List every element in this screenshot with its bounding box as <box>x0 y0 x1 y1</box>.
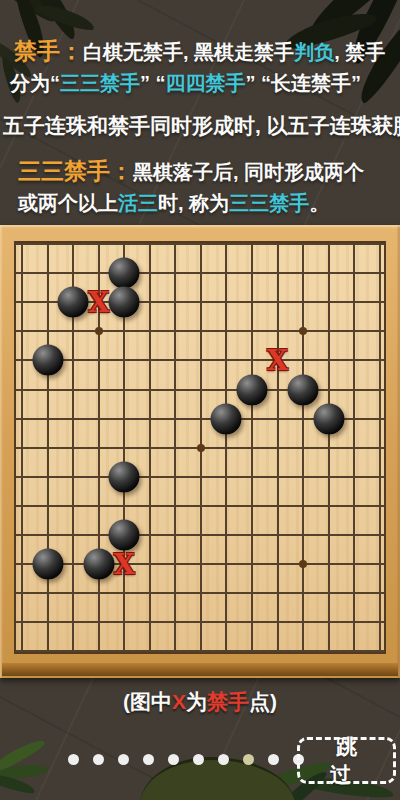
text-run: 四四禁手 <box>166 72 246 94</box>
pagination-dot-active <box>243 754 254 765</box>
black-stone <box>109 287 140 318</box>
pagination-dot <box>143 754 154 765</box>
grid-line-horizontal <box>16 621 384 623</box>
text-run: 禁手： <box>14 38 83 64</box>
pagination-dot <box>93 754 104 765</box>
black-stone <box>83 549 114 580</box>
forbidden-point-marker: X <box>114 551 135 578</box>
rule-line-4: 三三禁手：黑棋落子后, 同时形成两个 <box>0 156 400 188</box>
rule-line-2: 分为“三三禁手” “四四禁手” “长连禁手” <box>0 68 400 99</box>
text-run: (图中 <box>123 690 172 713</box>
pagination-dot <box>118 754 129 765</box>
pagination-dot <box>193 754 204 765</box>
star-point <box>299 560 307 568</box>
grid-line-horizontal <box>16 592 384 594</box>
black-stone <box>32 549 63 580</box>
text-run: 三三禁手： <box>18 158 133 184</box>
text-run: X <box>172 690 186 713</box>
text-run: 活三 <box>118 192 158 214</box>
text-run: 三三禁手 <box>60 72 140 94</box>
black-stone <box>288 374 319 405</box>
black-stone <box>211 403 242 434</box>
black-stone <box>109 520 140 551</box>
grid-line-horizontal <box>16 534 384 536</box>
star-point <box>95 327 103 335</box>
black-stone <box>313 403 344 434</box>
text-run: , 禁手 <box>334 41 385 63</box>
text-run: 。 <box>309 192 329 214</box>
pagination-dot <box>268 754 279 765</box>
black-stone <box>236 374 267 405</box>
text-run: 禁手 <box>207 690 249 713</box>
text-run: 为 <box>186 690 207 713</box>
skip-button[interactable]: 跳 过 <box>297 737 396 784</box>
text-run: ” “长连禁手” <box>246 72 362 94</box>
grid-line-horizontal <box>16 389 384 391</box>
rules-panel: 禁手：白棋无禁手, 黑棋走禁手判负, 禁手 分为“三三禁手” “四四禁手” “长… <box>0 36 400 219</box>
forbidden-point-marker: X <box>267 347 288 374</box>
pagination-dot <box>168 754 179 765</box>
gomoku-board: XXX <box>0 225 400 678</box>
black-stone <box>58 287 89 318</box>
text-run: 黑棋落子后, 同时形成两个 <box>133 161 364 183</box>
grid-line-horizontal <box>16 563 384 565</box>
grid-line-horizontal <box>16 650 384 652</box>
text-run: 分为“ <box>10 72 60 94</box>
text-run: 时, 称为 <box>158 192 229 214</box>
black-stone <box>109 461 140 492</box>
star-point <box>299 327 307 335</box>
grid-line-horizontal <box>16 243 384 245</box>
text-run: 点) <box>249 690 277 713</box>
text-run: 判负 <box>294 41 334 63</box>
text-run: ” “ <box>140 72 166 94</box>
text-run: 三三禁手 <box>229 192 309 214</box>
rule-line-5: 或两个以上活三时, 称为三三禁手。 <box>0 188 400 219</box>
rule-line-3: 五子连珠和禁手同时形成时, 以五子连珠获胜。 <box>0 110 400 141</box>
black-stone <box>109 258 140 289</box>
black-stone <box>32 345 63 376</box>
board-caption: (图中X为禁手点) <box>0 688 400 716</box>
pagination-dot <box>218 754 229 765</box>
board-front-edge <box>2 663 398 676</box>
board-field: XXX <box>14 241 386 654</box>
text-run: 五子连珠和禁手同时形成时, 以五子连珠获胜。 <box>3 114 400 137</box>
text-run: 白棋无禁手, 黑棋走禁手 <box>83 41 294 63</box>
forbidden-point-marker: X <box>88 289 109 316</box>
grid-line-horizontal <box>16 505 384 507</box>
grid-line-horizontal <box>16 330 384 332</box>
tutorial-screen: 禁手：白棋无禁手, 黑棋走禁手判负, 禁手 分为“三三禁手” “四四禁手” “长… <box>0 0 400 800</box>
grid-line-horizontal <box>16 476 384 478</box>
rule-line-1: 禁手：白棋无禁手, 黑棋走禁手判负, 禁手 <box>0 36 400 68</box>
pagination <box>68 754 304 765</box>
pagination-dot <box>68 754 79 765</box>
grid-line-horizontal <box>16 359 384 361</box>
text-run: 或两个以上 <box>18 192 118 214</box>
grid-line-horizontal <box>16 272 384 274</box>
star-point <box>197 444 205 452</box>
